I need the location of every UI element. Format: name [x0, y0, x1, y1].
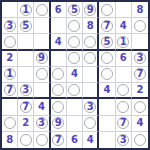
- cell-r4c2[interactable]: [18, 51, 34, 67]
- given-digit: 7: [120, 118, 127, 128]
- cell-r9c1[interactable]: 8: [2, 132, 18, 148]
- odd-circle-icon: [84, 117, 96, 129]
- given-digit: 8: [136, 5, 143, 15]
- given-digit: 9: [38, 53, 45, 63]
- given-digit: 9: [55, 118, 62, 128]
- cell-r8c9[interactable]: 4: [132, 116, 148, 132]
- cell-r7c8[interactable]: [116, 99, 132, 115]
- cell-r6c1[interactable]: 7: [2, 83, 18, 99]
- given-digit: 4: [103, 85, 110, 95]
- given-digit: 2: [136, 85, 143, 95]
- given-digit: 3: [6, 21, 13, 31]
- odd-circle-icon: 9: [36, 52, 48, 64]
- given-digit: 3: [120, 135, 127, 145]
- cell-r5c6[interactable]: [83, 67, 99, 83]
- cell-r5c2[interactable]: [18, 67, 34, 83]
- cell-r9c6[interactable]: 4: [83, 132, 99, 148]
- cell-r4c7[interactable]: [99, 51, 115, 67]
- cell-r6c8[interactable]: [116, 83, 132, 99]
- cell-r1c9[interactable]: 8: [132, 2, 148, 18]
- cell-r6c7[interactable]: 4: [99, 83, 115, 99]
- odd-circle-icon: 1: [20, 4, 32, 16]
- odd-circle-icon: 3: [84, 101, 96, 113]
- odd-circle-icon: [36, 134, 48, 146]
- cell-r5c9[interactable]: 7: [132, 67, 148, 83]
- cell-r6c4[interactable]: [51, 83, 67, 99]
- cell-r2c1[interactable]: 3: [2, 18, 18, 34]
- cell-r8c8[interactable]: 7: [116, 116, 132, 132]
- odd-circle-icon: [36, 4, 48, 16]
- given-digit: 8: [87, 21, 94, 31]
- given-digit: 3: [22, 85, 29, 95]
- given-digit: 7: [55, 135, 62, 145]
- cell-r7c4[interactable]: [51, 99, 67, 115]
- cell-r8c6[interactable]: [83, 116, 99, 132]
- cell-r7c2[interactable]: 7: [18, 99, 34, 115]
- given-digit: 4: [120, 21, 127, 31]
- cell-r8c5[interactable]: [67, 116, 83, 132]
- cell-r2c8[interactable]: 4: [116, 18, 132, 34]
- cell-r9c7[interactable]: [99, 132, 115, 148]
- given-digit: 7: [103, 21, 110, 31]
- cell-r1c1[interactable]: [2, 2, 18, 18]
- cell-r5c5[interactable]: 4: [67, 67, 83, 83]
- odd-circle-icon: 1: [4, 68, 16, 80]
- cell-r9c2[interactable]: [18, 132, 34, 148]
- cell-r2c7[interactable]: 7: [99, 18, 115, 34]
- cell-r7c9[interactable]: [132, 99, 148, 115]
- odd-circle-icon: [84, 52, 96, 64]
- cell-r2c2[interactable]: 5: [18, 18, 34, 34]
- cell-r6c5[interactable]: [67, 83, 83, 99]
- odd-circle-icon: 9: [52, 117, 64, 129]
- cell-r3c5[interactable]: [67, 34, 83, 50]
- sudoku-board: 1659835874451296314773427432397487643: [0, 0, 150, 150]
- cell-r4c9[interactable]: 3: [132, 51, 148, 67]
- given-digit: 4: [38, 102, 45, 112]
- given-digit: 2: [22, 118, 29, 128]
- given-digit: 9: [87, 5, 94, 15]
- odd-circle-icon: [101, 4, 113, 16]
- cell-r6c9[interactable]: 2: [132, 83, 148, 99]
- cell-r5c1[interactable]: 1: [2, 67, 18, 83]
- odd-circle-icon: 7: [4, 84, 16, 96]
- cell-r3c4[interactable]: 4: [51, 34, 67, 50]
- odd-circle-icon: [52, 84, 64, 96]
- cell-r5c3[interactable]: [34, 67, 50, 83]
- cell-r2c4[interactable]: [51, 18, 67, 34]
- odd-circle-icon: [52, 68, 64, 80]
- cell-r1c7[interactable]: [99, 2, 115, 18]
- cell-r4c5[interactable]: [67, 51, 83, 67]
- cell-r3c2[interactable]: [18, 34, 34, 50]
- odd-circle-icon: 7: [101, 20, 113, 32]
- cell-r1c2[interactable]: 1: [18, 2, 34, 18]
- cell-r3c1[interactable]: [2, 34, 18, 50]
- cell-r9c9[interactable]: [132, 132, 148, 148]
- cell-r1c4[interactable]: 6: [51, 2, 67, 18]
- given-digit: 5: [71, 5, 78, 15]
- cell-r4c3[interactable]: 9: [34, 51, 50, 67]
- odd-circle-icon: 3: [117, 134, 129, 146]
- cell-r2c6[interactable]: 8: [83, 18, 99, 34]
- given-digit: 6: [71, 135, 78, 145]
- cell-r9c4[interactable]: 7: [51, 132, 67, 148]
- cell-r3c8[interactable]: 1: [116, 34, 132, 50]
- cell-r7c3[interactable]: 4: [34, 99, 50, 115]
- given-digit: 6: [120, 53, 127, 63]
- odd-circle-icon: [101, 52, 113, 64]
- odd-circle-icon: 3: [20, 84, 32, 96]
- given-digit: 1: [22, 5, 29, 15]
- odd-circle-icon: 7: [20, 101, 32, 113]
- cell-r3c6[interactable]: [83, 34, 99, 50]
- cell-r1c3[interactable]: [34, 2, 50, 18]
- cell-r8c3[interactable]: 3: [34, 116, 50, 132]
- cell-r7c7[interactable]: [99, 99, 115, 115]
- given-digit: 4: [55, 37, 62, 47]
- odd-circle-icon: 5: [101, 36, 113, 48]
- odd-circle-icon: [20, 134, 32, 146]
- odd-circle-icon: [84, 36, 96, 48]
- cell-r1c8[interactable]: [116, 2, 132, 18]
- given-digit: 5: [22, 21, 29, 31]
- odd-circle-icon: [134, 101, 146, 113]
- odd-circle-icon: 1: [117, 36, 129, 48]
- cell-r2c9[interactable]: [132, 18, 148, 34]
- odd-circle-icon: [4, 117, 16, 129]
- cell-r3c9[interactable]: [132, 34, 148, 50]
- given-digit: 6: [55, 5, 62, 15]
- cell-r4c1[interactable]: 2: [2, 51, 18, 67]
- given-digit: 8: [6, 135, 13, 145]
- cell-r5c8[interactable]: [116, 67, 132, 83]
- odd-circle-icon: [36, 68, 48, 80]
- cell-r4c6[interactable]: [83, 51, 99, 67]
- cell-r7c1[interactable]: [2, 99, 18, 115]
- given-digit: 3: [87, 102, 94, 112]
- cell-r7c5[interactable]: [67, 99, 83, 115]
- odd-circle-icon: 7: [134, 68, 146, 80]
- given-digit: 2: [6, 53, 13, 63]
- cell-r8c2[interactable]: 2: [18, 116, 34, 132]
- given-digit: 5: [103, 37, 110, 47]
- odd-circle-icon: [101, 68, 113, 80]
- cell-r9c8[interactable]: 3: [116, 132, 132, 148]
- cell-r6c6[interactable]: [83, 83, 99, 99]
- given-digit: 7: [136, 69, 143, 79]
- given-digit: 7: [22, 102, 29, 112]
- given-digit: 4: [136, 118, 143, 128]
- cell-r3c7[interactable]: 5: [99, 34, 115, 50]
- cell-r3c3[interactable]: [34, 34, 50, 50]
- odd-circle-icon: 9: [84, 4, 96, 16]
- odd-circle-icon: [52, 101, 64, 113]
- given-digit: 4: [71, 69, 78, 79]
- cell-r1c5[interactable]: 5: [67, 2, 83, 18]
- cell-r1c6[interactable]: 9: [83, 2, 99, 18]
- cell-r4c8[interactable]: 6: [116, 51, 132, 67]
- odd-circle-icon: [134, 20, 146, 32]
- odd-circle-icon: 3: [134, 52, 146, 64]
- given-digit: 7: [6, 85, 13, 95]
- cell-r4c4[interactable]: [51, 51, 67, 67]
- cell-r9c3[interactable]: [34, 132, 50, 148]
- cell-r2c5[interactable]: [67, 18, 83, 34]
- odd-circle-icon: 3: [36, 117, 48, 129]
- odd-circle-icon: [117, 101, 129, 113]
- cell-r6c3[interactable]: [34, 83, 50, 99]
- cell-r8c4[interactable]: 9: [51, 116, 67, 132]
- cell-r5c7[interactable]: [99, 67, 115, 83]
- odd-circle-icon: [68, 36, 80, 48]
- odd-circle-icon: [68, 84, 80, 96]
- odd-circle-icon: 7: [117, 117, 129, 129]
- cell-r9c5[interactable]: 6: [67, 132, 83, 148]
- odd-circle-icon: [134, 134, 146, 146]
- odd-circle-icon: 5: [68, 4, 80, 16]
- cell-r7c6[interactable]: 3: [83, 99, 99, 115]
- odd-circle-icon: 7: [52, 134, 64, 146]
- odd-circle-icon: 3: [4, 20, 16, 32]
- odd-circle-icon: [4, 36, 16, 48]
- odd-circle-icon: [68, 52, 80, 64]
- cell-r8c1[interactable]: [2, 116, 18, 132]
- cell-r5c4[interactable]: [51, 67, 67, 83]
- cell-r6c2[interactable]: 3: [18, 83, 34, 99]
- odd-circle-icon: 5: [20, 20, 32, 32]
- given-digit: 1: [6, 69, 13, 79]
- cell-r2c3[interactable]: [34, 18, 50, 34]
- odd-circle-icon: [117, 84, 129, 96]
- odd-circle-icon: [68, 20, 80, 32]
- given-digit: 4: [87, 135, 94, 145]
- given-digit: 3: [136, 53, 143, 63]
- given-digit: 3: [38, 118, 45, 128]
- given-digit: 1: [120, 37, 127, 47]
- cell-r8c7[interactable]: [99, 116, 115, 132]
